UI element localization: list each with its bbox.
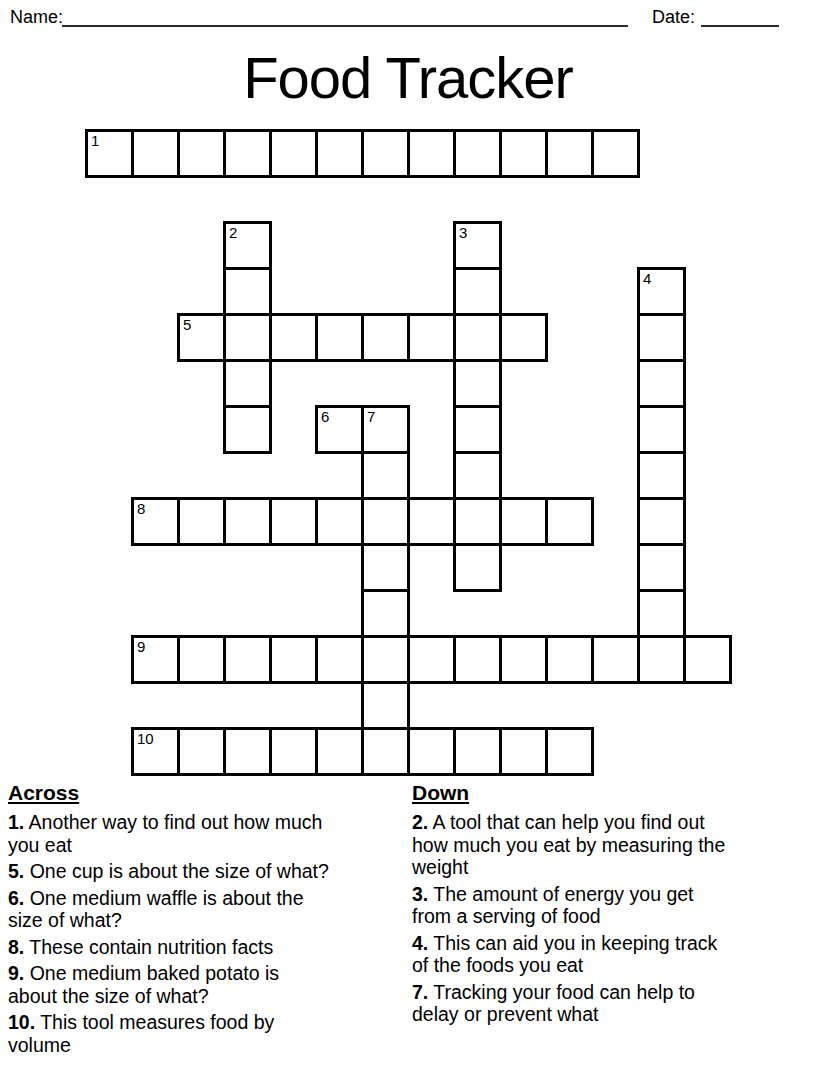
grid-cell[interactable] [637,451,686,500]
clue-text: This tool measures food by volume [8,1011,274,1056]
cell-clue-number: 3 [459,225,467,241]
grid-cell[interactable] [361,681,410,730]
crossword-grid: 12345678910 [0,0,816,816]
grid-cell[interactable] [407,497,456,546]
clue-text: This can aid you in keeping track of the… [412,932,717,977]
grid-cell[interactable] [499,129,548,178]
grid-cell[interactable] [453,635,502,684]
grid-cell[interactable] [269,727,318,776]
grid-cell[interactable] [315,727,364,776]
clue-text: One medium waffle is about the size of w… [8,887,304,932]
clue-number-label: 5. [8,860,24,882]
grid-cell[interactable] [223,267,272,316]
grid-cell[interactable] [269,497,318,546]
grid-cell[interactable] [361,543,410,592]
grid-cell[interactable] [361,129,410,178]
clue-down-3: 3. The amount of energy you get from a s… [412,883,808,928]
grid-cell[interactable]: 8 [131,497,180,546]
grid-cell[interactable] [223,635,272,684]
grid-cell[interactable] [637,497,686,546]
clue-text: One medium baked potato is about the siz… [8,962,279,1007]
cell-clue-number: 10 [137,731,154,747]
grid-cell[interactable] [223,129,272,178]
grid-cell[interactable] [361,727,410,776]
grid-cell[interactable] [223,727,272,776]
grid-cell[interactable] [453,405,502,454]
grid-cell[interactable] [453,543,502,592]
grid-cell[interactable]: 4 [637,267,686,316]
grid-cell[interactable] [545,635,594,684]
grid-cell[interactable] [177,129,226,178]
clue-text: A tool that can help you find out how mu… [412,811,725,878]
grid-cell[interactable] [361,589,410,638]
grid-cell[interactable] [545,727,594,776]
grid-cell[interactable]: 2 [223,221,272,270]
grid-cell[interactable] [361,497,410,546]
grid-cell[interactable] [407,313,456,362]
grid-cell[interactable] [361,635,410,684]
clue-number-label: 6. [8,887,24,909]
grid-cell[interactable] [223,497,272,546]
grid-cell[interactable]: 6 [315,405,364,454]
clue-text: Another way to find out how much you eat [8,811,322,856]
grid-cell[interactable] [499,313,548,362]
grid-cell[interactable] [223,359,272,408]
grid-cell[interactable] [453,497,502,546]
cell-clue-number: 2 [229,225,237,241]
down-heading: Down [412,781,808,805]
grid-cell[interactable] [637,405,686,454]
grid-cell[interactable] [499,497,548,546]
grid-cell[interactable] [177,497,226,546]
grid-cell[interactable] [315,497,364,546]
clues-across-list: 1. Another way to find out how much you … [8,811,404,1056]
grid-cell[interactable] [407,129,456,178]
grid-cell[interactable]: 9 [131,635,180,684]
grid-cell[interactable] [683,635,732,684]
grid-cell[interactable] [269,635,318,684]
grid-cell[interactable] [637,359,686,408]
cell-clue-number: 6 [321,409,329,425]
grid-cell[interactable] [637,543,686,592]
grid-cell[interactable] [453,451,502,500]
clue-number-label: 7. [412,981,428,1003]
grid-cell[interactable] [407,635,456,684]
grid-cell[interactable]: 1 [85,129,134,178]
grid-cell[interactable] [177,727,226,776]
clue-text: The amount of energy you get from a serv… [412,883,694,928]
grid-cell[interactable] [591,635,640,684]
grid-cell[interactable] [315,635,364,684]
clue-down-4: 4. This can aid you in keeping track of … [412,932,808,977]
clue-down-2: 2. A tool that can help you find out how… [412,811,808,879]
grid-cell[interactable] [269,129,318,178]
grid-cell[interactable] [315,313,364,362]
cell-clue-number: 5 [183,317,191,333]
clue-across-1: 1. Another way to find out how much you … [8,811,404,856]
grid-cell[interactable] [453,129,502,178]
clue-number-label: 1. [8,811,24,833]
grid-cell[interactable] [637,313,686,362]
grid-cell[interactable] [361,313,410,362]
clue-across-9: 9. One medium baked potato is about the … [8,962,404,1007]
grid-cell[interactable] [315,129,364,178]
grid-cell[interactable] [499,635,548,684]
grid-cell[interactable] [131,129,180,178]
grid-cell[interactable] [545,497,594,546]
clue-number-label: 2. [412,811,428,833]
grid-cell[interactable] [223,313,272,362]
clue-number-label: 9. [8,962,24,984]
clues-down-list: 2. A tool that can help you find out how… [412,811,808,1026]
clue-across-10: 10. This tool measures food by volume [8,1011,404,1056]
cell-clue-number: 8 [137,501,145,517]
clue-text: One cup is about the size of what? [24,860,329,882]
grid-cell[interactable] [453,313,502,362]
grid-cell[interactable] [453,727,502,776]
cell-clue-number: 9 [137,639,145,655]
grid-cell[interactable]: 10 [131,727,180,776]
cell-clue-number: 7 [367,409,375,425]
cell-clue-number: 1 [91,133,99,149]
grid-cell[interactable] [637,589,686,638]
grid-cell[interactable] [223,405,272,454]
grid-cell[interactable] [361,451,410,500]
clue-across-8: 8. These contain nutrition facts [8,936,404,959]
clue-text: These contain nutrition facts [24,936,273,958]
clue-across-6: 6. One medium waffle is about the size o… [8,887,404,932]
grid-cell[interactable] [591,129,640,178]
cell-clue-number: 4 [643,271,651,287]
clue-text: Tracking your food can help to delay or … [412,981,695,1026]
clue-number-label: 8. [8,936,24,958]
worksheet-page: Name: Date: Food Tracker 12345678910 Acr… [0,0,816,1083]
grid-cell[interactable] [177,635,226,684]
grid-cell[interactable] [453,267,502,316]
grid-cell[interactable]: 3 [453,221,502,270]
clue-across-5: 5. One cup is about the size of what? [8,860,404,883]
grid-cell[interactable] [499,727,548,776]
clue-number-label: 10. [8,1011,35,1033]
grid-cell[interactable]: 5 [177,313,226,362]
grid-cell[interactable] [453,359,502,408]
grid-cell[interactable]: 7 [361,405,410,454]
clue-number-label: 3. [412,883,428,905]
clue-down-7: 7. Tracking your food can help to delay … [412,981,808,1026]
clue-number-label: 4. [412,932,428,954]
down-clues-section: Down 2. A tool that can help you find ou… [412,781,808,1030]
grid-cell[interactable] [269,313,318,362]
grid-cell[interactable] [637,635,686,684]
grid-cell[interactable] [407,727,456,776]
grid-cell[interactable] [545,129,594,178]
across-clues-section: Across 1. Another way to find out how mu… [8,781,404,1060]
across-heading: Across [8,781,404,805]
